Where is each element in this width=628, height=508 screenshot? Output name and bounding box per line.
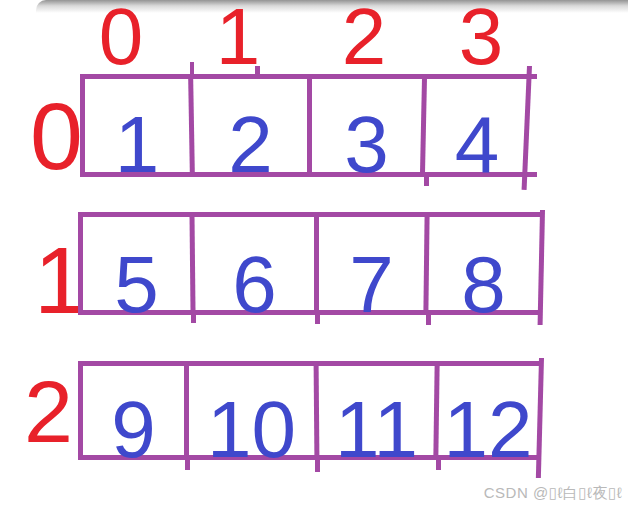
cell-value: 8 bbox=[461, 251, 506, 319]
cell-r0c3: 4 bbox=[426, 79, 528, 172]
hand-drawn-tick bbox=[255, 66, 260, 75]
column-index-3: 3 bbox=[458, 0, 504, 77]
hand-drawn-tick bbox=[185, 460, 190, 470]
row-index-2: 2 bbox=[24, 368, 73, 456]
column-index-0: 0 bbox=[98, 0, 144, 77]
cell-r1c0: 5 bbox=[83, 217, 190, 312]
cell-value: 11 bbox=[335, 396, 418, 464]
csdn-watermark: CSDN @▯ℓ白▯ℓ夜▯ℓ bbox=[484, 484, 622, 503]
hand-drawn-tick bbox=[315, 460, 320, 472]
array-diagram: 0 1 2 3 0 1 2 1 2 3 4 5 6 7 8 9 10 11 12… bbox=[0, 0, 628, 508]
cell-r0c1: 2 bbox=[194, 79, 307, 172]
hand-drawn-tick bbox=[426, 315, 431, 325]
cell-value: 5 bbox=[114, 251, 159, 319]
cell-r0c2: 3 bbox=[312, 79, 421, 172]
row-index-0: 0 bbox=[30, 89, 83, 184]
hand-drawn-tick bbox=[424, 177, 429, 186]
cell-value: 7 bbox=[349, 251, 394, 319]
cell-value: 3 bbox=[344, 111, 389, 179]
cell-r2c0: 9 bbox=[83, 366, 184, 457]
hand-drawn-tick bbox=[436, 460, 441, 470]
cell-value: 9 bbox=[111, 396, 156, 464]
cell-r1c2: 7 bbox=[319, 217, 424, 312]
cell-r2c2: 11 bbox=[319, 366, 434, 457]
cell-value: 12 bbox=[444, 396, 533, 464]
cell-r1c3: 8 bbox=[429, 217, 538, 312]
cell-value: 6 bbox=[232, 251, 277, 319]
cell-r2c1: 10 bbox=[189, 366, 314, 457]
cell-value: 4 bbox=[455, 111, 500, 179]
cell-r2c3: 12 bbox=[439, 366, 537, 457]
cell-value: 2 bbox=[228, 111, 273, 179]
column-index-2: 2 bbox=[341, 0, 387, 77]
cell-r0c0: 1 bbox=[85, 79, 189, 172]
cell-value: 10 bbox=[207, 396, 296, 464]
hand-drawn-tick bbox=[190, 62, 194, 75]
cell-r1c1: 6 bbox=[195, 217, 314, 312]
hand-drawn-tick bbox=[315, 315, 320, 324]
row-1-right-edge-stroke bbox=[538, 210, 545, 325]
cell-value: 1 bbox=[115, 111, 160, 179]
hand-drawn-tick bbox=[191, 315, 196, 323]
